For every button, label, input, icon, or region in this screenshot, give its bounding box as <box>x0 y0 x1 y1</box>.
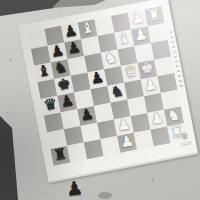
dust-speckles-board <box>18 26 19 27</box>
chess-board: ♟♝♟♜♟♟♝♟♝♞♞♚♟♛♚♛♟♞♟♟♟♟♞♜♟♜ ♛ <box>18 0 197 181</box>
piece-shadow-blob <box>98 192 112 199</box>
board-grid: ♟♝♟♜♟♟♝♟♝♞♞♚♟♛♚♛♟♞♟♟♟♟♞♜♟♜ <box>28 6 187 165</box>
piece-wR[interactable]: ♜ <box>144 5 164 25</box>
brand-logo: ♛ <box>178 130 194 149</box>
photo-scene: ♟♝♟♜♟♟♝♟♝♞♞♚♟♛♚♛♟♞♟♟♟♟♞♜♟♜ ♛ ♟ <box>0 0 200 200</box>
captured-black-pawn[interactable]: ♟ <box>65 178 84 199</box>
dust-speckles-table <box>0 0 1 1</box>
